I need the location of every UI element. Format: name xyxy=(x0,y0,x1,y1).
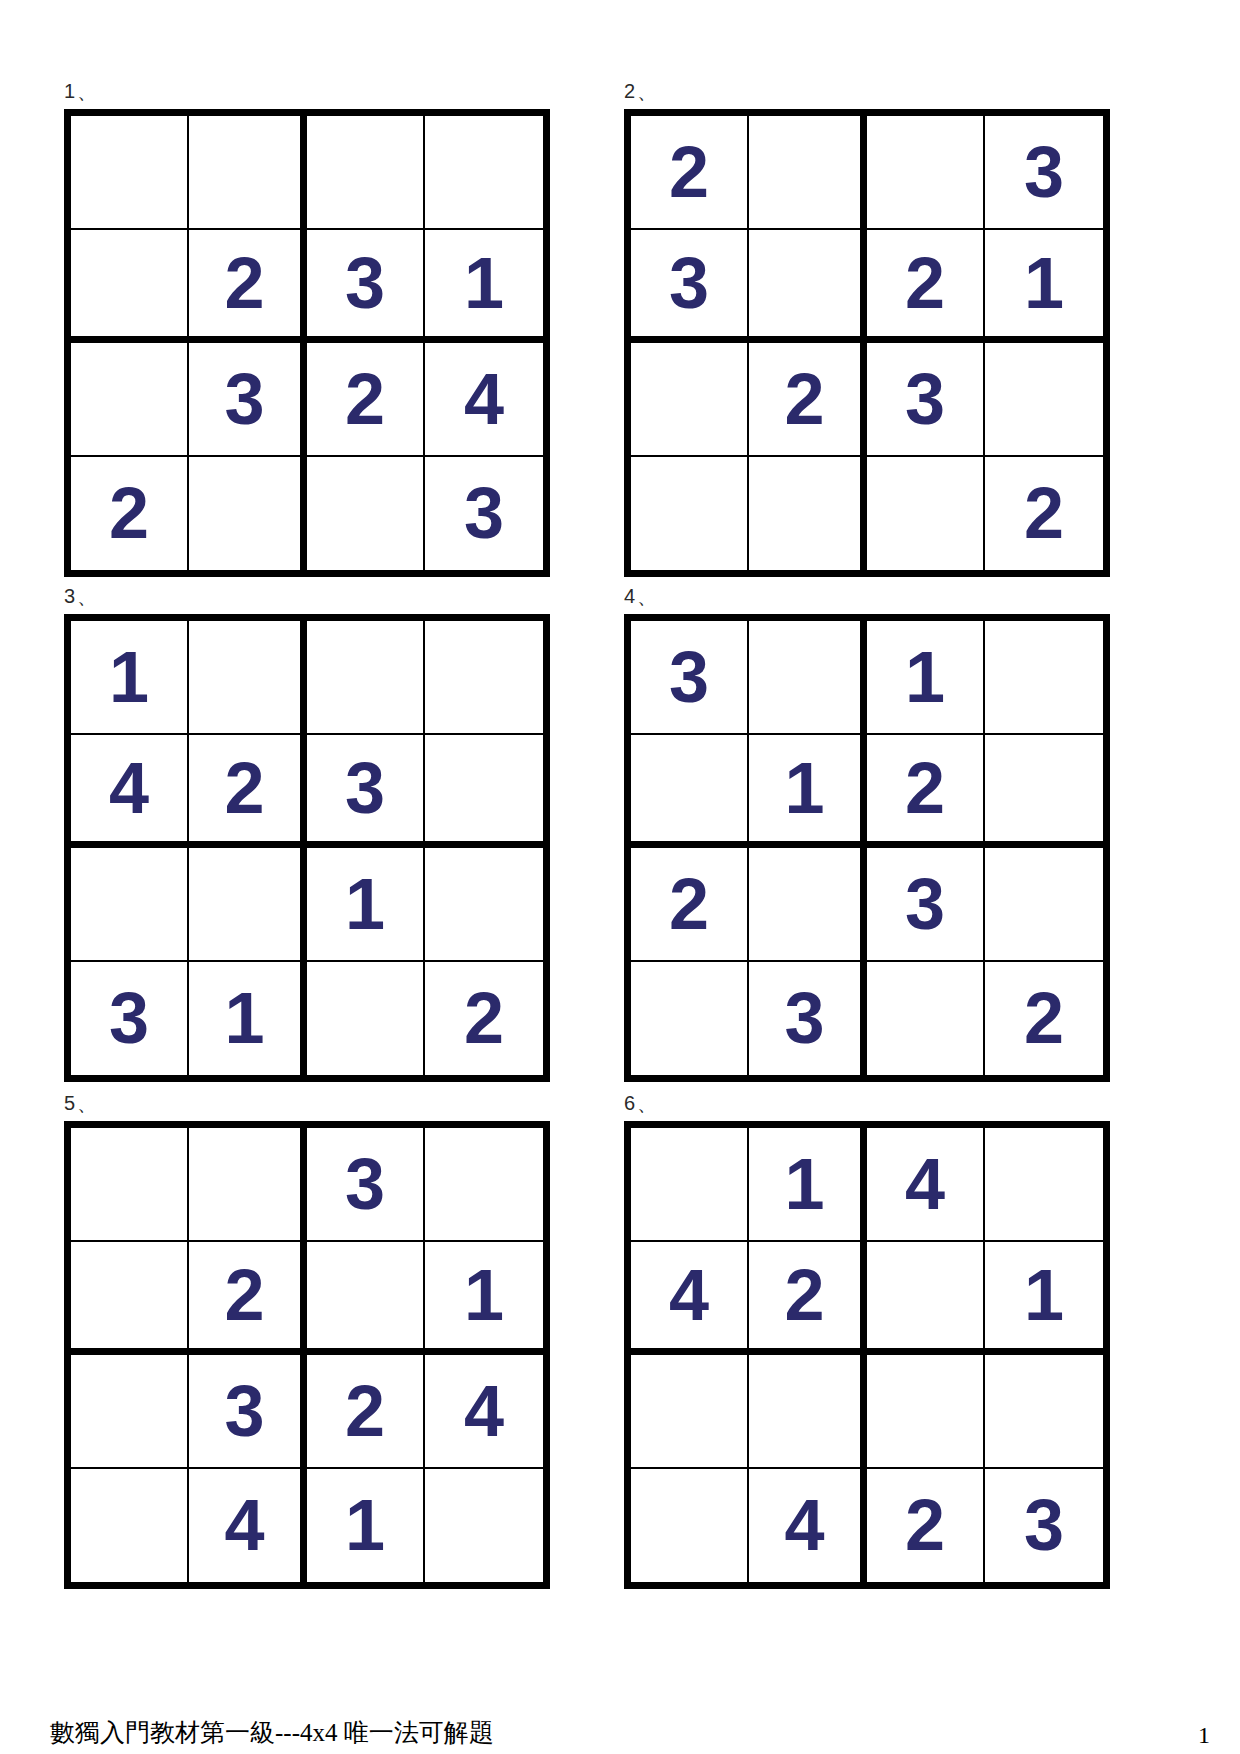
sudoku-cell-r3c3-given: 2 xyxy=(307,343,425,457)
puzzle-5-label: 5、 xyxy=(64,1092,550,1114)
sudoku-cell-r4c2-empty xyxy=(749,457,867,571)
puzzle-6-label: 6、 xyxy=(624,1092,1110,1114)
sudoku-worksheet-page: 1、 23132423 2、 23321232 3、 14231312 4、 3… xyxy=(0,0,1240,1754)
sudoku-cell-r1c1-empty xyxy=(71,116,189,230)
sudoku-cell-r4c4-given: 2 xyxy=(425,962,543,1076)
sudoku-cell-r2c2-given: 2 xyxy=(189,1242,307,1356)
puzzle-4-board: 31122332 xyxy=(624,614,1110,1082)
sudoku-cell-r3c3-empty xyxy=(867,1355,985,1469)
sudoku-cell-r4c3-given: 2 xyxy=(867,1469,985,1583)
sudoku-cell-r3c4-given: 4 xyxy=(425,343,543,457)
sudoku-cell-r2c1-given: 4 xyxy=(631,1242,749,1356)
sudoku-cell-r1c2-empty xyxy=(189,1128,307,1242)
sudoku-cell-r3c2-given: 3 xyxy=(189,343,307,457)
sudoku-cell-r4c4-given: 3 xyxy=(985,1469,1103,1583)
sudoku-cell-r2c1-empty xyxy=(631,735,749,849)
sudoku-cell-r1c2-empty xyxy=(749,116,867,230)
sudoku-cell-r1c3-given: 1 xyxy=(867,621,985,735)
page-footer: 數獨入門教材第一級---4x4 唯一法可解題 1 xyxy=(50,1716,1210,1749)
sudoku-cell-r1c4-empty xyxy=(985,621,1103,735)
sudoku-cell-r1c3-empty xyxy=(867,116,985,230)
sudoku-cell-r4c3-empty xyxy=(867,457,985,571)
sudoku-cell-r4c4-given: 2 xyxy=(985,457,1103,571)
sudoku-cell-r2c3-empty xyxy=(307,1242,425,1356)
sudoku-cell-r1c4-empty xyxy=(985,1128,1103,1242)
sudoku-cell-r4c4-given: 2 xyxy=(985,962,1103,1076)
sudoku-cell-r4c3-empty xyxy=(307,457,425,571)
sudoku-cell-r3c1-empty xyxy=(631,1355,749,1469)
sudoku-cell-r2c4-given: 1 xyxy=(425,1242,543,1356)
sudoku-cell-r2c2-given: 2 xyxy=(749,1242,867,1356)
sudoku-cell-r2c2-empty xyxy=(749,230,867,344)
sudoku-cell-r2c2-given: 1 xyxy=(749,735,867,849)
puzzle-5: 5、 32132441 xyxy=(64,1092,550,1589)
puzzle-2-board: 23321232 xyxy=(624,109,1110,577)
sudoku-cell-r1c1-empty xyxy=(631,1128,749,1242)
sudoku-cell-r2c4-given: 1 xyxy=(985,1242,1103,1356)
puzzle-2-label: 2、 xyxy=(624,80,1110,102)
puzzle-5-board: 32132441 xyxy=(64,1121,550,1589)
sudoku-cell-r2c1-given: 4 xyxy=(71,735,189,849)
sudoku-cell-r4c4-empty xyxy=(425,1469,543,1583)
sudoku-cell-r3c2-empty xyxy=(749,848,867,962)
puzzle-2: 2、 23321232 xyxy=(624,80,1110,577)
sudoku-cell-r3c4-empty xyxy=(425,848,543,962)
sudoku-cell-r1c3-given: 3 xyxy=(307,1128,425,1242)
sudoku-cell-r3c1-empty xyxy=(71,1355,189,1469)
puzzle-1-label: 1、 xyxy=(64,80,550,102)
sudoku-cell-r4c2-given: 4 xyxy=(189,1469,307,1583)
sudoku-cell-r2c3-empty xyxy=(867,1242,985,1356)
puzzle-6-board: 14421423 xyxy=(624,1121,1110,1589)
sudoku-cell-r3c1-given: 2 xyxy=(631,848,749,962)
sudoku-cell-r4c1-given: 2 xyxy=(71,457,189,571)
sudoku-cell-r1c4-empty xyxy=(425,621,543,735)
sudoku-cell-r4c1-given: 3 xyxy=(71,962,189,1076)
sudoku-cell-r4c4-given: 3 xyxy=(425,457,543,571)
sudoku-cell-r2c2-given: 2 xyxy=(189,230,307,344)
sudoku-cell-r3c1-empty xyxy=(631,343,749,457)
sudoku-cell-r3c1-empty xyxy=(71,848,189,962)
sudoku-cell-r2c4-given: 1 xyxy=(425,230,543,344)
sudoku-cell-r1c1-empty xyxy=(71,1128,189,1242)
sudoku-cell-r2c4-given: 1 xyxy=(985,230,1103,344)
sudoku-cell-r3c3-given: 3 xyxy=(867,343,985,457)
page-number: 1 xyxy=(1198,1722,1210,1749)
sudoku-cell-r4c1-empty xyxy=(71,1469,189,1583)
sudoku-cell-r4c3-empty xyxy=(307,962,425,1076)
sudoku-cell-r3c4-given: 4 xyxy=(425,1355,543,1469)
sudoku-cell-r4c2-given: 4 xyxy=(749,1469,867,1583)
sudoku-cell-r1c3-empty xyxy=(307,116,425,230)
sudoku-cell-r4c1-empty xyxy=(631,457,749,571)
puzzle-4-label: 4、 xyxy=(624,585,1110,607)
sudoku-cell-r3c4-empty xyxy=(985,848,1103,962)
sudoku-cell-r1c4-empty xyxy=(425,116,543,230)
sudoku-cell-r3c2-given: 2 xyxy=(749,343,867,457)
sudoku-cell-r3c2-empty xyxy=(189,848,307,962)
sudoku-cell-r4c2-given: 3 xyxy=(749,962,867,1076)
sudoku-cell-r4c1-empty xyxy=(631,1469,749,1583)
sudoku-cell-r4c3-given: 1 xyxy=(307,1469,425,1583)
sudoku-cell-r4c2-empty xyxy=(189,457,307,571)
sudoku-cell-r1c4-empty xyxy=(425,1128,543,1242)
sudoku-cell-r2c2-given: 2 xyxy=(189,735,307,849)
sudoku-cell-r3c3-given: 1 xyxy=(307,848,425,962)
puzzle-1: 1、 23132423 xyxy=(64,80,550,577)
puzzle-3-label: 3、 xyxy=(64,585,550,607)
puzzle-3-board: 14231312 xyxy=(64,614,550,1082)
sudoku-cell-r2c4-empty xyxy=(425,735,543,849)
sudoku-cell-r1c2-empty xyxy=(749,621,867,735)
sudoku-cell-r1c3-given: 4 xyxy=(867,1128,985,1242)
sudoku-cell-r1c2-empty xyxy=(189,621,307,735)
sudoku-cell-r2c1-empty xyxy=(71,1242,189,1356)
sudoku-cell-r2c1-empty xyxy=(71,230,189,344)
sudoku-cell-r3c3-given: 2 xyxy=(307,1355,425,1469)
sudoku-cell-r4c3-empty xyxy=(867,962,985,1076)
sudoku-cell-r2c3-given: 2 xyxy=(867,230,985,344)
sudoku-cell-r3c1-empty xyxy=(71,343,189,457)
puzzle-6: 6、 14421423 xyxy=(624,1092,1110,1589)
sudoku-cell-r3c4-empty xyxy=(985,1355,1103,1469)
sudoku-cell-r3c4-empty xyxy=(985,343,1103,457)
sudoku-cell-r2c3-given: 3 xyxy=(307,735,425,849)
sudoku-cell-r1c1-given: 1 xyxy=(71,621,189,735)
sudoku-cell-r1c1-given: 3 xyxy=(631,621,749,735)
puzzle-1-board: 23132423 xyxy=(64,109,550,577)
sudoku-cell-r4c2-given: 1 xyxy=(189,962,307,1076)
sudoku-cell-r2c4-empty xyxy=(985,735,1103,849)
sudoku-cell-r2c3-given: 2 xyxy=(867,735,985,849)
sudoku-cell-r1c4-given: 3 xyxy=(985,116,1103,230)
puzzle-3: 3、 14231312 xyxy=(64,585,550,1082)
sudoku-cell-r2c3-given: 3 xyxy=(307,230,425,344)
sudoku-cell-r1c2-given: 1 xyxy=(749,1128,867,1242)
sudoku-cell-r4c1-empty xyxy=(631,962,749,1076)
sudoku-cell-r3c2-empty xyxy=(749,1355,867,1469)
sudoku-cell-r3c3-given: 3 xyxy=(867,848,985,962)
footer-title: 數獨入門教材第一級---4x4 唯一法可解題 xyxy=(50,1716,494,1749)
puzzle-4: 4、 31122332 xyxy=(624,585,1110,1082)
sudoku-cell-r1c2-empty xyxy=(189,116,307,230)
sudoku-cell-r3c2-given: 3 xyxy=(189,1355,307,1469)
sudoku-cell-r1c3-empty xyxy=(307,621,425,735)
sudoku-cell-r2c1-given: 3 xyxy=(631,230,749,344)
sudoku-cell-r1c1-given: 2 xyxy=(631,116,749,230)
